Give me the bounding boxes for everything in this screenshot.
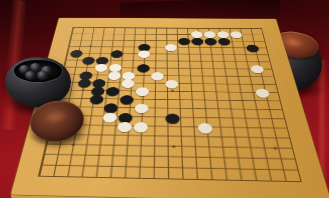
intersection[interactable] [179, 72, 194, 80]
intersection[interactable] [87, 103, 103, 112]
intersection[interactable] [131, 151, 148, 162]
intersection[interactable] [293, 143, 301, 154]
intersection[interactable] [38, 139, 46, 149]
intersection[interactable] [165, 87, 180, 95]
intersection[interactable] [272, 176, 293, 188]
intersection[interactable] [148, 151, 165, 162]
intersection[interactable] [196, 113, 213, 122]
intersection[interactable] [242, 105, 259, 114]
intersection[interactable] [81, 140, 99, 151]
intersection[interactable] [120, 86, 135, 94]
intersection[interactable]: ● [150, 71, 164, 79]
intersection[interactable] [208, 79, 224, 87]
intersection[interactable] [210, 96, 226, 105]
intersection[interactable] [252, 164, 272, 176]
intersection[interactable]: ● [254, 88, 271, 96]
intersection[interactable] [233, 153, 252, 164]
intersection[interactable] [271, 58, 278, 65]
intersection[interactable] [234, 164, 253, 176]
intersection[interactable] [147, 162, 165, 174]
intersection[interactable] [95, 161, 113, 172]
intersection[interactable] [78, 161, 97, 172]
intersection[interactable] [149, 103, 165, 112]
intersection[interactable] [165, 162, 183, 174]
intersection[interactable] [98, 140, 116, 151]
intersection[interactable] [183, 174, 202, 186]
intersection[interactable] [165, 104, 181, 113]
captured-black-stone [25, 71, 36, 80]
intersection[interactable]: ● [89, 94, 105, 103]
intersection[interactable] [285, 133, 293, 143]
intersection[interactable] [178, 64, 193, 72]
intersection[interactable] [181, 141, 198, 152]
intersection[interactable] [269, 51, 275, 58]
intersection[interactable] [230, 132, 248, 142]
intersection[interactable]: ● [116, 121, 133, 131]
intersection[interactable] [165, 95, 180, 104]
intersection[interactable] [222, 72, 238, 80]
intersection[interactable] [279, 88, 286, 96]
intersection[interactable] [296, 154, 305, 165]
intersection[interactable] [149, 112, 165, 121]
intersection[interactable]: ● [121, 79, 136, 87]
intersection[interactable] [114, 150, 132, 161]
intersection[interactable]: ● [107, 71, 122, 79]
intersection[interactable] [192, 64, 207, 72]
intersection[interactable] [247, 132, 266, 142]
intersection[interactable] [216, 152, 235, 163]
intersection[interactable] [147, 173, 165, 185]
intersection[interactable] [236, 175, 256, 187]
intersection[interactable] [280, 133, 288, 143]
intersection[interactable] [182, 163, 200, 175]
intersection[interactable] [195, 95, 211, 104]
intersection[interactable] [180, 95, 196, 104]
intersection[interactable] [285, 154, 293, 165]
intersection[interactable] [200, 174, 219, 186]
intersection[interactable]: ● [133, 121, 149, 131]
intersection[interactable] [40, 149, 48, 160]
intersection[interactable] [288, 123, 296, 133]
intersection[interactable] [83, 130, 101, 140]
intersection[interactable] [193, 72, 208, 80]
intersection[interactable] [181, 122, 198, 132]
intersection[interactable] [65, 139, 83, 149]
intersection[interactable] [130, 162, 148, 174]
intersection[interactable] [237, 80, 253, 88]
intersection[interactable] [148, 141, 165, 152]
intersection[interactable]: ● [102, 112, 119, 121]
intersection[interactable] [214, 132, 232, 142]
intersection[interactable] [207, 72, 222, 80]
intersection[interactable] [257, 105, 275, 114]
intersection[interactable] [32, 160, 40, 171]
intersection[interactable] [94, 172, 113, 184]
intersection[interactable] [209, 87, 225, 95]
intersection[interactable] [271, 96, 278, 105]
intersection[interactable] [80, 150, 98, 161]
intersection[interactable] [63, 150, 82, 161]
intersection[interactable] [227, 113, 244, 123]
intersection[interactable] [231, 142, 250, 153]
intersection[interactable] [282, 143, 290, 154]
intersection[interactable] [248, 142, 267, 153]
intersection[interactable] [197, 132, 214, 142]
intersection[interactable] [263, 133, 282, 143]
intersection[interactable] [273, 65, 280, 73]
intersection[interactable] [165, 122, 181, 132]
intersection[interactable] [215, 142, 233, 153]
intersection[interactable] [240, 96, 257, 105]
intersection[interactable] [165, 141, 182, 152]
intersection[interactable] [194, 79, 209, 87]
intersection[interactable] [273, 105, 280, 114]
intersection[interactable] [86, 111, 103, 120]
intersection[interactable] [218, 174, 237, 186]
intersection[interactable] [180, 113, 196, 122]
intersection[interactable] [199, 152, 217, 163]
intersection[interactable] [250, 153, 269, 164]
intersection[interactable] [38, 160, 46, 171]
intersection[interactable] [285, 114, 293, 123]
captured-black-stone [37, 71, 48, 80]
intersection[interactable] [221, 65, 236, 73]
intersection[interactable] [267, 153, 287, 164]
intersection[interactable] [200, 163, 219, 175]
intersection[interactable] [259, 114, 277, 124]
intersection[interactable] [283, 123, 291, 133]
intersection[interactable] [35, 149, 43, 160]
intersection[interactable] [217, 163, 236, 175]
intersection[interactable]: ● [103, 103, 119, 112]
go-bowl-left-open [5, 57, 71, 107]
intersection[interactable] [281, 97, 288, 106]
intersection[interactable] [134, 95, 149, 104]
intersection[interactable] [239, 88, 256, 96]
intersection[interactable]: ● [197, 122, 214, 132]
intersection[interactable]: ● [165, 79, 180, 87]
intersection[interactable]: ● [134, 103, 150, 112]
intersection[interactable]: ● [94, 63, 109, 70]
intersection[interactable] [179, 79, 194, 87]
intersection[interactable] [58, 171, 77, 183]
intersection[interactable] [104, 94, 120, 103]
intersection[interactable] [245, 123, 263, 133]
intersection[interactable] [179, 87, 194, 95]
intersection[interactable] [43, 160, 62, 171]
intersection[interactable] [46, 149, 65, 160]
intersection[interactable] [296, 176, 305, 188]
intersection[interactable] [181, 131, 198, 141]
intersection[interactable] [41, 171, 61, 183]
intersection[interactable] [299, 165, 308, 177]
intersection[interactable] [265, 143, 284, 154]
intersection[interactable] [224, 88, 240, 96]
intersection[interactable] [213, 122, 230, 132]
intersection[interactable] [132, 131, 149, 141]
intersection[interactable] [236, 72, 252, 80]
intersection[interactable] [235, 65, 251, 73]
intersection[interactable] [35, 171, 43, 183]
intersection[interactable]: ● [117, 112, 133, 121]
intersection[interactable]: ● [135, 87, 150, 95]
intersection[interactable] [148, 131, 165, 141]
intersection[interactable] [165, 151, 182, 162]
intersection[interactable] [115, 140, 132, 151]
intersection[interactable] [182, 152, 200, 163]
intersection[interactable] [223, 80, 239, 88]
intersection[interactable] [288, 143, 296, 154]
intersection[interactable] [275, 72, 282, 80]
intersection[interactable] [129, 173, 147, 185]
intersection[interactable] [274, 88, 281, 96]
intersection[interactable] [150, 79, 165, 87]
intersection[interactable] [164, 64, 178, 72]
intersection[interactable] [116, 130, 133, 140]
intersection[interactable] [136, 71, 151, 79]
intersection[interactable] [133, 112, 149, 121]
intersection[interactable] [226, 104, 243, 113]
intersection[interactable] [61, 160, 80, 171]
intersection[interactable]: ● [119, 95, 135, 104]
intersection[interactable] [195, 104, 211, 113]
intersection[interactable] [76, 172, 95, 184]
intersection[interactable] [302, 176, 311, 188]
intersection[interactable] [194, 87, 210, 95]
intersection[interactable] [111, 172, 130, 184]
intersection[interactable] [243, 114, 261, 124]
intersection[interactable] [113, 161, 131, 173]
intersection[interactable] [225, 96, 242, 105]
intersection[interactable] [269, 88, 276, 96]
intersection[interactable] [100, 121, 117, 131]
intersection[interactable] [74, 94, 90, 103]
intersection[interactable] [283, 105, 291, 114]
intersection[interactable] [270, 164, 290, 176]
intersection[interactable] [277, 123, 285, 133]
intersection[interactable] [84, 120, 101, 130]
intersection[interactable] [211, 104, 228, 113]
intersection[interactable] [287, 165, 296, 177]
intersection[interactable] [277, 80, 284, 88]
intersection[interactable] [261, 123, 280, 133]
intersection[interactable] [118, 103, 134, 112]
intersection[interactable]: ● [105, 86, 121, 94]
board-perspective-wrap: ●●●●●●●●●●●●●●●●●●●●●●●●●●●●●●●●●●●●●●●●… [34, 0, 301, 198]
intersection[interactable] [275, 114, 283, 123]
intersection[interactable] [149, 95, 164, 104]
intersection[interactable] [276, 96, 283, 105]
intersection[interactable] [165, 173, 183, 185]
intersection[interactable] [290, 176, 299, 188]
intersection[interactable]: ● [165, 112, 181, 121]
intersection[interactable] [149, 121, 165, 131]
intersection[interactable] [99, 130, 116, 140]
intersection[interactable] [97, 150, 115, 161]
intersection[interactable] [180, 104, 196, 113]
intersection[interactable] [165, 131, 182, 141]
intersection[interactable] [278, 105, 285, 114]
intersection[interactable] [198, 142, 216, 153]
intersection[interactable] [254, 175, 274, 187]
intersection[interactable] [207, 64, 222, 72]
intersection[interactable] [290, 154, 299, 165]
intersection[interactable]: ● [136, 64, 150, 71]
intersection[interactable] [150, 87, 165, 95]
intersection[interactable] [131, 141, 148, 152]
left-bowl-opening [14, 60, 62, 82]
intersection[interactable] [212, 113, 229, 122]
intersection[interactable] [29, 171, 37, 183]
intersection[interactable] [229, 123, 247, 133]
intersection[interactable] [293, 165, 302, 177]
intersection[interactable] [290, 133, 298, 143]
intersection[interactable] [255, 96, 272, 105]
intersection[interactable] [280, 114, 288, 123]
go-game-photo-scene: ●●●●●●●●●●●●●●●●●●●●●●●●●●●●●●●●●●●●●●●●… [0, 0, 329, 198]
